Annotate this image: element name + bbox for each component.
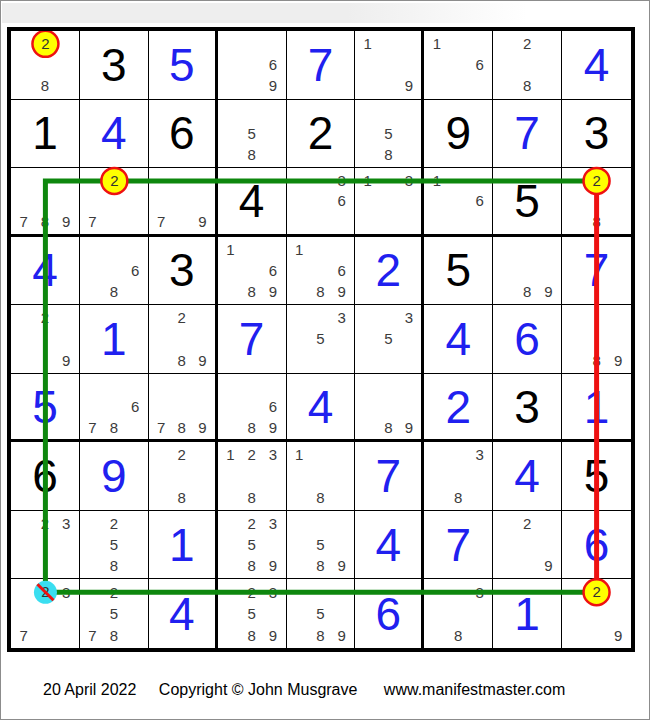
cell-r3c9[interactable]: 8 xyxy=(562,168,631,237)
candidate-3: 3 xyxy=(469,581,490,603)
candidate-5: 5 xyxy=(241,534,262,555)
cell-r7c4[interactable]: 1238 xyxy=(218,442,287,511)
candidate-8: 8 xyxy=(34,75,55,96)
cell-r2c2[interactable]: 4 xyxy=(80,100,149,169)
cell-r5c1[interactable]: 29 xyxy=(11,305,80,374)
candidate-8: 8 xyxy=(517,75,538,96)
candidate-5: 5 xyxy=(103,603,124,625)
solved-digit: 7 xyxy=(287,31,355,99)
candidate-8: 8 xyxy=(171,417,192,438)
cell-r3c8[interactable]: 5 xyxy=(493,168,562,237)
given-digit: 2 xyxy=(287,100,355,168)
candidate-7: 7 xyxy=(13,211,34,232)
given-digit: 6 xyxy=(11,442,79,510)
solved-digit: 7 xyxy=(218,305,286,373)
candidates: 789 xyxy=(13,170,77,232)
cell-r2c8[interactable]: 7 xyxy=(493,100,562,169)
candidate-2: 2 xyxy=(241,581,262,603)
candidate-2: 2 xyxy=(517,513,538,534)
cell-r1c9[interactable]: 4 xyxy=(562,31,631,100)
footer-website: www.manifestmaster.com xyxy=(384,681,565,698)
candidate-3: 3 xyxy=(469,444,490,465)
cell-r7c8[interactable]: 4 xyxy=(493,442,562,511)
candidate-8: 8 xyxy=(378,417,399,438)
candidate-2: 2 xyxy=(34,307,55,328)
cell-r9c1[interactable]: 37 xyxy=(11,579,80,648)
solved-digit: 6 xyxy=(355,579,421,648)
solved-digit: 7 xyxy=(424,511,492,579)
solved-digit: 4 xyxy=(355,511,421,579)
candidate-8: 8 xyxy=(378,144,399,165)
candidate-8: 8 xyxy=(241,144,262,165)
candidate-1: 1 xyxy=(357,33,378,54)
candidate-9: 9 xyxy=(607,350,629,371)
candidates: 37 xyxy=(13,581,77,646)
candidates: 8 xyxy=(13,33,77,97)
cell-r3c5[interactable]: 36 xyxy=(287,168,356,237)
cell-r4c8[interactable]: 89 xyxy=(493,237,562,306)
candidate-8: 8 xyxy=(310,624,331,646)
candidate-8: 8 xyxy=(310,555,331,576)
candidate-6: 6 xyxy=(262,54,283,75)
candidate-5: 5 xyxy=(241,603,262,625)
cell-r3c6[interactable]: 13 xyxy=(355,168,424,237)
cell-r2c9[interactable]: 3 xyxy=(562,100,631,169)
cell-r8c5[interactable]: 589 xyxy=(287,511,356,580)
cell-r9c8[interactable]: 1 xyxy=(493,579,562,648)
given-digit: 3 xyxy=(149,237,215,305)
candidate-8: 8 xyxy=(241,487,262,508)
candidates: 1238 xyxy=(220,444,284,508)
cell-r1c3[interactable]: 5 xyxy=(149,31,218,100)
footer-date: 20 April 2022 xyxy=(43,681,136,698)
candidates: 69 xyxy=(220,33,284,97)
candidate-5: 5 xyxy=(378,123,399,144)
cell-r1c1[interactable]: 8 xyxy=(11,31,80,100)
candidate-5: 5 xyxy=(310,603,331,625)
solved-digit: 4 xyxy=(287,374,355,440)
candidate-9: 9 xyxy=(538,281,559,302)
candidate-5: 5 xyxy=(310,328,331,349)
candidates: 29 xyxy=(495,513,559,577)
cell-r1c7[interactable]: 16 xyxy=(424,31,493,100)
candidates: 23 xyxy=(13,513,77,577)
candidate-9: 9 xyxy=(538,555,559,576)
cell-r8c7[interactable]: 7 xyxy=(424,511,493,580)
given-digit: 3 xyxy=(80,31,148,99)
candidates: 89 xyxy=(564,307,629,371)
candidates: 58 xyxy=(357,102,419,166)
cell-r9c3[interactable]: 4 xyxy=(149,579,218,648)
cell-r6c9[interactable]: 1 xyxy=(562,374,631,443)
cell-r2c5[interactable]: 2 xyxy=(287,100,356,169)
candidate-7: 7 xyxy=(13,624,34,646)
candidate-5: 5 xyxy=(241,123,262,144)
candidate-8: 8 xyxy=(171,487,192,508)
cell-r4c5[interactable]: 1689 xyxy=(287,237,356,306)
cell-r8c9[interactable]: 6 xyxy=(562,511,631,580)
given-digit: 1 xyxy=(11,100,79,168)
candidate-5: 5 xyxy=(310,534,331,555)
candidates: 18 xyxy=(289,444,353,508)
footer: 20 April 2022 Copyright © John Musgrave … xyxy=(1,681,649,699)
candidate-6: 6 xyxy=(469,191,490,212)
solved-digit: 5 xyxy=(11,374,79,440)
cell-r7c3[interactable]: 28 xyxy=(149,442,218,511)
candidate-8: 8 xyxy=(103,417,124,438)
cell-r3c1[interactable]: 789 xyxy=(11,168,80,237)
candidate-3: 3 xyxy=(331,307,352,328)
cell-r6c3[interactable]: 789 xyxy=(149,374,218,443)
candidate-9: 9 xyxy=(262,555,283,576)
candidates: 16 xyxy=(426,33,490,97)
solved-digit: 4 xyxy=(80,100,148,168)
cell-r1c8[interactable]: 28 xyxy=(493,31,562,100)
candidates: 23589 xyxy=(220,581,284,646)
cell-r9c7[interactable]: 38 xyxy=(424,579,493,648)
candidates: 36 xyxy=(289,170,353,232)
candidates: 35 xyxy=(357,307,419,371)
candidates: 2578 xyxy=(82,581,146,646)
given-digit: 5 xyxy=(562,442,631,510)
candidate-2: 2 xyxy=(241,513,262,534)
candidate-6: 6 xyxy=(331,260,352,281)
candidate-8: 8 xyxy=(448,624,469,646)
candidates: 28 xyxy=(495,33,559,97)
cell-r4c9[interactable]: 7 xyxy=(562,237,631,306)
candidate-8: 8 xyxy=(586,211,608,232)
cell-r6c5[interactable]: 4 xyxy=(287,374,356,443)
candidates: 29 xyxy=(13,307,77,371)
cell-r5c7[interactable]: 4 xyxy=(424,305,493,374)
candidates: 68 xyxy=(82,239,146,303)
solved-digit: 6 xyxy=(493,305,561,373)
solved-digit: 4 xyxy=(424,305,492,373)
candidate-5: 5 xyxy=(103,534,124,555)
cell-r5c6[interactable]: 35 xyxy=(355,305,424,374)
candidate-7: 7 xyxy=(82,624,103,646)
candidate-9: 9 xyxy=(56,211,77,232)
candidate-2: 2 xyxy=(241,444,262,465)
cell-r2c4[interactable]: 58 xyxy=(218,100,287,169)
candidate-9: 9 xyxy=(399,75,420,96)
candidate-3: 3 xyxy=(262,581,283,603)
solved-digit: 2 xyxy=(355,237,421,305)
candidate-8: 8 xyxy=(34,211,55,232)
cell-r2c6[interactable]: 58 xyxy=(355,100,424,169)
candidate-9: 9 xyxy=(331,281,352,302)
candidate-8: 8 xyxy=(103,624,124,646)
given-digit: 3 xyxy=(562,100,631,168)
candidate-9: 9 xyxy=(331,624,352,646)
candidate-7: 7 xyxy=(151,211,172,232)
candidate-2: 2 xyxy=(34,513,55,534)
footer-copyright: Copyright © John Musgrave xyxy=(159,681,358,698)
solved-digit: 9 xyxy=(80,442,148,510)
candidates: 678 xyxy=(82,376,146,438)
cell-r5c3[interactable]: 289 xyxy=(149,305,218,374)
candidate-8: 8 xyxy=(171,350,192,371)
solved-digit: 6 xyxy=(562,511,631,579)
solved-digit: 4 xyxy=(11,237,79,305)
cell-r7c6[interactable]: 7 xyxy=(355,442,424,511)
cell-r8c6[interactable]: 4 xyxy=(355,511,424,580)
candidate-9: 9 xyxy=(262,624,283,646)
candidate-8: 8 xyxy=(241,624,262,646)
candidate-1: 1 xyxy=(220,444,241,465)
cell-r9c4[interactable]: 23589 xyxy=(218,579,287,648)
candidate-1: 1 xyxy=(289,239,310,260)
candidate-3: 3 xyxy=(56,513,77,534)
candidate-7: 7 xyxy=(151,417,172,438)
cell-r5c8[interactable]: 6 xyxy=(493,305,562,374)
candidate-2: 2 xyxy=(171,444,192,465)
solved-digit: 4 xyxy=(149,579,215,648)
cell-r8c2[interactable]: 258 xyxy=(80,511,149,580)
candidates: 35 xyxy=(289,307,353,371)
cell-r4c1[interactable]: 4 xyxy=(11,237,80,306)
cell-r5c2[interactable]: 1 xyxy=(80,305,149,374)
candidate-6: 6 xyxy=(124,260,145,281)
candidate-9: 9 xyxy=(262,417,283,438)
candidates: 13 xyxy=(357,170,419,232)
candidate-8: 8 xyxy=(448,487,469,508)
cell-r4c4[interactable]: 1689 xyxy=(218,237,287,306)
cell-r4c7[interactable]: 5 xyxy=(424,237,493,306)
solved-digit: 7 xyxy=(493,100,561,168)
candidate-7: 7 xyxy=(82,417,103,438)
given-digit: 5 xyxy=(424,237,492,305)
cell-r9c6[interactable]: 6 xyxy=(355,579,424,648)
candidate-9: 9 xyxy=(331,555,352,576)
cell-r3c4[interactable]: 4 xyxy=(218,168,287,237)
sudoku-board: 8356971916284146582589737897794361316584… xyxy=(7,27,635,652)
candidate-5: 5 xyxy=(378,328,399,349)
given-digit: 4 xyxy=(218,168,286,234)
candidates: 28 xyxy=(151,444,213,508)
cell-r8c4[interactable]: 23589 xyxy=(218,511,287,580)
candidates: 7 xyxy=(82,170,146,232)
candidates: 16 xyxy=(426,170,490,232)
candidate-2: 2 xyxy=(103,581,124,603)
solved-digit: 1 xyxy=(562,374,631,440)
candidates: 589 xyxy=(289,513,353,577)
candidates: 689 xyxy=(220,376,284,438)
cell-r9c2[interactable]: 2578 xyxy=(80,579,149,648)
cell-r3c2[interactable]: 7 xyxy=(80,168,149,237)
cell-r7c9[interactable]: 5 xyxy=(562,442,631,511)
candidate-8: 8 xyxy=(310,487,331,508)
candidate-1: 1 xyxy=(426,33,447,54)
candidate-8: 8 xyxy=(241,555,262,576)
cell-r1c2[interactable]: 3 xyxy=(80,31,149,100)
solved-digit: 1 xyxy=(493,579,561,648)
cell-r7c1[interactable]: 6 xyxy=(11,442,80,511)
cell-r1c6[interactable]: 19 xyxy=(355,31,424,100)
solved-digit: 1 xyxy=(149,511,215,579)
candidate-7: 7 xyxy=(82,211,103,232)
candidates: 589 xyxy=(289,581,353,646)
candidate-8: 8 xyxy=(310,281,331,302)
cell-r3c7[interactable]: 16 xyxy=(424,168,493,237)
cell-r1c4[interactable]: 69 xyxy=(218,31,287,100)
cell-r1c5[interactable]: 7 xyxy=(287,31,356,100)
candidate-3: 3 xyxy=(262,513,283,534)
candidate-1: 1 xyxy=(289,444,310,465)
candidate-1: 1 xyxy=(426,170,447,191)
given-digit: 3 xyxy=(493,374,561,440)
candidates: 8 xyxy=(564,170,629,232)
candidate-6: 6 xyxy=(331,191,352,212)
solved-digit: 1 xyxy=(80,305,148,373)
cell-r5c9[interactable]: 89 xyxy=(562,305,631,374)
candidate-9: 9 xyxy=(262,281,283,302)
cell-r3c3[interactable]: 79 xyxy=(149,168,218,237)
cell-r7c2[interactable]: 9 xyxy=(80,442,149,511)
cell-r5c5[interactable]: 35 xyxy=(287,305,356,374)
solved-digit: 4 xyxy=(493,442,561,510)
candidate-3: 3 xyxy=(399,170,420,191)
candidate-9: 9 xyxy=(399,417,420,438)
candidate-8: 8 xyxy=(517,281,538,302)
solved-digit: 5 xyxy=(149,31,215,99)
cell-r6c6[interactable]: 89 xyxy=(355,374,424,443)
candidate-3: 3 xyxy=(399,307,420,328)
candidate-3: 3 xyxy=(331,170,352,191)
solved-digit: 7 xyxy=(355,442,421,510)
candidates: 19 xyxy=(357,33,419,97)
candidates: 1689 xyxy=(289,239,353,303)
cell-r6c7[interactable]: 2 xyxy=(424,374,493,443)
candidate-3: 3 xyxy=(262,444,283,465)
candidate-9: 9 xyxy=(262,75,283,96)
candidates: 79 xyxy=(151,170,213,232)
candidate-8: 8 xyxy=(241,417,262,438)
candidates: 89 xyxy=(357,376,419,438)
cell-r6c1[interactable]: 5 xyxy=(11,374,80,443)
candidate-9: 9 xyxy=(192,350,213,371)
cell-r2c7[interactable]: 9 xyxy=(424,100,493,169)
candidate-6: 6 xyxy=(469,54,490,75)
cell-r5c4[interactable]: 7 xyxy=(218,305,287,374)
candidate-6: 6 xyxy=(124,396,145,417)
given-digit: 5 xyxy=(493,168,561,234)
candidate-8: 8 xyxy=(586,350,608,371)
cell-r4c2[interactable]: 68 xyxy=(80,237,149,306)
cell-r7c5[interactable]: 18 xyxy=(287,442,356,511)
cell-r4c3[interactable]: 3 xyxy=(149,237,218,306)
candidates: 289 xyxy=(151,307,213,371)
candidate-6: 6 xyxy=(262,396,283,417)
cell-r8c8[interactable]: 29 xyxy=(493,511,562,580)
cell-r9c5[interactable]: 589 xyxy=(287,579,356,648)
candidate-1: 1 xyxy=(220,239,241,260)
cell-r8c1[interactable]: 23 xyxy=(11,511,80,580)
window-top-strip xyxy=(2,3,560,23)
cell-r8c3[interactable]: 1 xyxy=(149,511,218,580)
candidate-8: 8 xyxy=(241,281,262,302)
candidate-2: 2 xyxy=(517,33,538,54)
candidate-9: 9 xyxy=(192,211,213,232)
cell-r6c8[interactable]: 3 xyxy=(493,374,562,443)
solved-digit: 4 xyxy=(562,31,631,99)
candidates: 1689 xyxy=(220,239,284,303)
candidate-8: 8 xyxy=(103,281,124,302)
candidates: 789 xyxy=(151,376,213,438)
candidate-6: 6 xyxy=(262,260,283,281)
candidates: 58 xyxy=(220,102,284,166)
cell-r9c9[interactable]: 9 xyxy=(562,579,631,648)
candidates: 9 xyxy=(564,581,629,646)
candidate-3: 3 xyxy=(56,581,77,603)
candidate-2: 2 xyxy=(103,513,124,534)
candidate-9: 9 xyxy=(56,350,77,371)
candidate-9: 9 xyxy=(607,624,629,646)
candidate-1: 1 xyxy=(357,170,378,191)
given-digit: 6 xyxy=(149,100,215,168)
cell-r7c7[interactable]: 38 xyxy=(424,442,493,511)
candidate-8: 8 xyxy=(103,555,124,576)
given-digit: 9 xyxy=(424,100,492,168)
cell-r6c4[interactable]: 689 xyxy=(218,374,287,443)
cell-r2c3[interactable]: 6 xyxy=(149,100,218,169)
candidate-9: 9 xyxy=(192,417,213,438)
candidates: 258 xyxy=(82,513,146,577)
solved-digit: 7 xyxy=(562,237,631,305)
candidates: 89 xyxy=(495,239,559,303)
candidates: 38 xyxy=(426,581,490,646)
cell-r4c6[interactable]: 2 xyxy=(355,237,424,306)
cell-r6c2[interactable]: 678 xyxy=(80,374,149,443)
candidate-2: 2 xyxy=(171,307,192,328)
solved-digit: 2 xyxy=(424,374,492,440)
cell-r2c1[interactable]: 1 xyxy=(11,100,80,169)
screenshot-root: 8356971916284146582589737897794361316584… xyxy=(0,0,650,720)
candidates: 23589 xyxy=(220,513,284,577)
candidates: 38 xyxy=(426,444,490,508)
